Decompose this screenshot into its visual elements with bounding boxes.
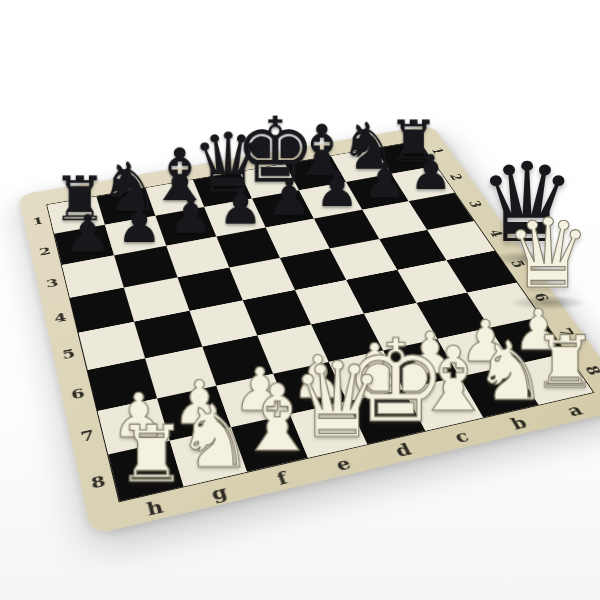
chess-board-mat: 12345678 12345678 hgfedcba ♜♞♝♛♚♝♞♜♟♟♟♟♟… bbox=[18, 125, 600, 535]
chess-set-photo: 12345678 12345678 hgfedcba ♜♞♝♛♚♝♞♜♟♟♟♟♟… bbox=[0, 0, 600, 600]
square-h2: ♟ bbox=[54, 225, 114, 265]
board-grid: ♜♞♝♛♚♝♞♜♟♟♟♟♟♟♟♟♟♟♟♟♟♟♟♟♜♞♝♛♚♝♞♜ bbox=[46, 140, 594, 502]
square-h1: ♜ bbox=[47, 196, 105, 233]
vinyl-mat: 12345678 12345678 hgfedcba ♜♞♝♛♚♝♞♜♟♟♟♟♟… bbox=[18, 125, 600, 535]
